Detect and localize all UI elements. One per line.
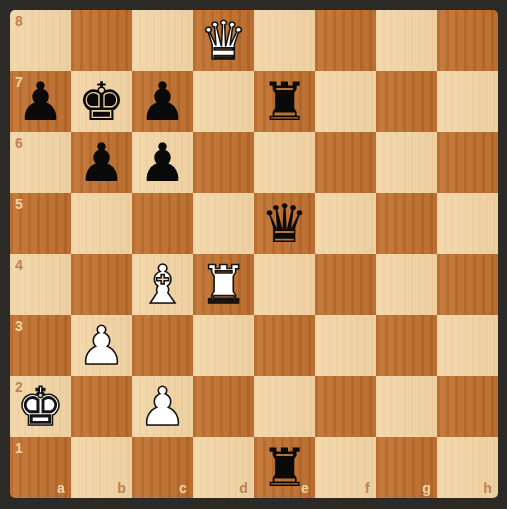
piece-white-pawn-b3[interactable]: ♟ — [71, 315, 132, 376]
square-c3[interactable] — [132, 315, 193, 376]
square-f2[interactable] — [315, 376, 376, 437]
square-g2[interactable] — [376, 376, 437, 437]
square-c2[interactable]: ♟ — [132, 376, 193, 437]
rank-label-1: 1 — [15, 440, 23, 456]
piece-black-rook-e1[interactable]: ♜ — [254, 437, 315, 498]
square-a7[interactable]: 7♟ — [10, 71, 71, 132]
rank-label-5: 5 — [15, 196, 23, 212]
square-f1[interactable]: f — [315, 437, 376, 498]
piece-white-rook-d4[interactable]: ♜ — [193, 254, 254, 315]
piece-black-pawn-c6[interactable]: ♟ — [132, 132, 193, 193]
square-h1[interactable]: h — [437, 437, 498, 498]
square-b2[interactable] — [71, 376, 132, 437]
chess-board: 8♛7♟♚♟♜6♟♟5♛4♝♜3♟2♚♟1abcde♜fgh — [10, 10, 498, 498]
square-d1[interactable]: d — [193, 437, 254, 498]
square-c8[interactable] — [132, 10, 193, 71]
square-g6[interactable] — [376, 132, 437, 193]
rank-label-6: 6 — [15, 135, 23, 151]
square-e2[interactable] — [254, 376, 315, 437]
square-b4[interactable] — [71, 254, 132, 315]
square-a8[interactable]: 8 — [10, 10, 71, 71]
square-a3[interactable]: 3 — [10, 315, 71, 376]
square-b1[interactable]: b — [71, 437, 132, 498]
square-b7[interactable]: ♚ — [71, 71, 132, 132]
piece-black-rook-e7[interactable]: ♜ — [254, 71, 315, 132]
square-f8[interactable] — [315, 10, 376, 71]
rank-label-8: 8 — [15, 13, 23, 29]
square-e4[interactable] — [254, 254, 315, 315]
square-h8[interactable] — [437, 10, 498, 71]
piece-black-pawn-a7[interactable]: ♟ — [10, 71, 71, 132]
square-h7[interactable] — [437, 71, 498, 132]
square-h4[interactable] — [437, 254, 498, 315]
file-label-b: b — [117, 480, 126, 496]
square-f4[interactable] — [315, 254, 376, 315]
piece-black-king-b7[interactable]: ♚ — [71, 71, 132, 132]
piece-white-king-a2[interactable]: ♚ — [10, 376, 71, 437]
square-c4[interactable]: ♝ — [132, 254, 193, 315]
rank-label-3: 3 — [15, 318, 23, 334]
square-c1[interactable]: c — [132, 437, 193, 498]
square-g5[interactable] — [376, 193, 437, 254]
square-c7[interactable]: ♟ — [132, 71, 193, 132]
square-c6[interactable]: ♟ — [132, 132, 193, 193]
square-c5[interactable] — [132, 193, 193, 254]
square-b6[interactable]: ♟ — [71, 132, 132, 193]
square-a6[interactable]: 6 — [10, 132, 71, 193]
square-f6[interactable] — [315, 132, 376, 193]
square-g3[interactable] — [376, 315, 437, 376]
square-d4[interactable]: ♜ — [193, 254, 254, 315]
file-label-g: g — [422, 480, 431, 496]
square-h6[interactable] — [437, 132, 498, 193]
square-e3[interactable] — [254, 315, 315, 376]
square-d7[interactable] — [193, 71, 254, 132]
square-a2[interactable]: 2♚ — [10, 376, 71, 437]
file-label-f: f — [365, 480, 370, 496]
square-h2[interactable] — [437, 376, 498, 437]
file-label-a: a — [57, 480, 65, 496]
piece-black-queen-e5[interactable]: ♛ — [254, 193, 315, 254]
square-b8[interactable] — [71, 10, 132, 71]
square-b5[interactable] — [71, 193, 132, 254]
square-g1[interactable]: g — [376, 437, 437, 498]
square-g4[interactable] — [376, 254, 437, 315]
square-e8[interactable] — [254, 10, 315, 71]
file-label-c: c — [179, 480, 187, 496]
square-e7[interactable]: ♜ — [254, 71, 315, 132]
square-f3[interactable] — [315, 315, 376, 376]
square-d6[interactable] — [193, 132, 254, 193]
square-e1[interactable]: e♜ — [254, 437, 315, 498]
board-frame: 8♛7♟♚♟♜6♟♟5♛4♝♜3♟2♚♟1abcde♜fgh — [0, 0, 507, 509]
piece-white-bishop-c4[interactable]: ♝ — [132, 254, 193, 315]
piece-black-pawn-c7[interactable]: ♟ — [132, 71, 193, 132]
square-e6[interactable] — [254, 132, 315, 193]
square-d2[interactable] — [193, 376, 254, 437]
square-h5[interactable] — [437, 193, 498, 254]
square-b3[interactable]: ♟ — [71, 315, 132, 376]
square-g8[interactable] — [376, 10, 437, 71]
square-a5[interactable]: 5 — [10, 193, 71, 254]
square-d8[interactable]: ♛ — [193, 10, 254, 71]
square-a4[interactable]: 4 — [10, 254, 71, 315]
file-label-h: h — [483, 480, 492, 496]
square-g7[interactable] — [376, 71, 437, 132]
square-f7[interactable] — [315, 71, 376, 132]
square-f5[interactable] — [315, 193, 376, 254]
square-e5[interactable]: ♛ — [254, 193, 315, 254]
piece-black-pawn-b6[interactable]: ♟ — [71, 132, 132, 193]
file-label-d: d — [239, 480, 248, 496]
piece-white-pawn-c2[interactable]: ♟ — [132, 376, 193, 437]
piece-white-queen-d8[interactable]: ♛ — [193, 10, 254, 71]
square-h3[interactable] — [437, 315, 498, 376]
square-d5[interactable] — [193, 193, 254, 254]
square-d3[interactable] — [193, 315, 254, 376]
square-a1[interactable]: 1a — [10, 437, 71, 498]
rank-label-4: 4 — [15, 257, 23, 273]
